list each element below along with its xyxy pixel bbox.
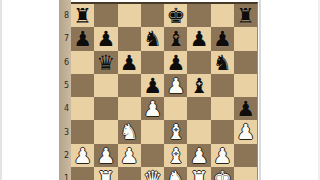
square-d2[interactable] xyxy=(141,144,164,167)
white-knight: ♞ xyxy=(164,167,187,180)
square-f2[interactable]: ♟ xyxy=(187,144,210,167)
square-b4[interactable] xyxy=(94,97,117,120)
square-e5[interactable]: ♟ xyxy=(164,74,187,97)
square-c4[interactable] xyxy=(118,97,141,120)
square-d3[interactable] xyxy=(141,120,164,143)
square-d1[interactable]: ♛ xyxy=(141,167,164,180)
white-pawn: ♟ xyxy=(211,144,234,167)
square-c7[interactable] xyxy=(118,27,141,50)
panel-divider-line xyxy=(259,0,261,180)
square-a5[interactable] xyxy=(71,74,94,97)
square-a3[interactable] xyxy=(71,120,94,143)
square-a4[interactable] xyxy=(71,97,94,120)
white-queen: ♛ xyxy=(141,167,164,180)
rank-label-3: 3 xyxy=(59,121,69,144)
square-c2[interactable]: ♟ xyxy=(118,144,141,167)
square-e8[interactable]: ♚ xyxy=(164,4,187,27)
black-pawn: ♟ xyxy=(141,74,164,97)
square-d7[interactable]: ♞ xyxy=(141,27,164,50)
window-left-edge xyxy=(0,0,2,180)
square-g6[interactable]: ♞ xyxy=(211,51,234,74)
black-king: ♚ xyxy=(164,4,187,27)
square-e2[interactable]: ♝ xyxy=(164,144,187,167)
white-pawn: ♟ xyxy=(187,144,210,167)
black-pawn: ♟ xyxy=(187,27,210,50)
square-c5[interactable] xyxy=(118,74,141,97)
square-c3[interactable]: ♞ xyxy=(118,120,141,143)
square-h4[interactable]: ♟ xyxy=(234,97,257,120)
square-h1[interactable] xyxy=(234,167,257,180)
square-e3[interactable]: ♝ xyxy=(164,120,187,143)
square-d4[interactable]: ♟ xyxy=(141,97,164,120)
rank-label-6: 6 xyxy=(59,51,69,74)
black-knight: ♞ xyxy=(211,51,234,74)
white-pawn: ♟ xyxy=(164,74,187,97)
square-h8[interactable]: ♜ xyxy=(234,4,257,27)
white-pawn: ♟ xyxy=(141,97,164,120)
rank-label-7: 7 xyxy=(59,27,69,50)
square-a7[interactable]: ♟ xyxy=(71,27,94,50)
square-c1[interactable] xyxy=(118,167,141,180)
square-b6[interactable]: ♛ xyxy=(94,51,117,74)
square-a8[interactable]: ♜ xyxy=(71,4,94,27)
black-bishop: ♝ xyxy=(187,74,210,97)
square-e7[interactable]: ♝ xyxy=(164,27,187,50)
black-pawn: ♟ xyxy=(211,27,234,50)
square-b1[interactable]: ♜ xyxy=(94,167,117,180)
white-pawn: ♟ xyxy=(118,144,141,167)
square-a6[interactable] xyxy=(71,51,94,74)
square-f7[interactable]: ♟ xyxy=(187,27,210,50)
chess-board: ♜♚♜♟♟♞♝♟♟♛♟♟♞♟♟♝♟♟♞♝♟♟♟♟♝♟♟♜♛♞♜♚ xyxy=(71,2,258,180)
square-e6[interactable]: ♟ xyxy=(164,51,187,74)
square-d6[interactable] xyxy=(141,51,164,74)
square-g8[interactable] xyxy=(211,4,234,27)
square-f3[interactable] xyxy=(187,120,210,143)
white-bishop: ♝ xyxy=(164,120,187,143)
white-pawn: ♟ xyxy=(94,144,117,167)
square-b3[interactable] xyxy=(94,120,117,143)
black-bishop: ♝ xyxy=(164,27,187,50)
square-b7[interactable]: ♟ xyxy=(94,27,117,50)
square-b2[interactable]: ♟ xyxy=(94,144,117,167)
black-rook: ♜ xyxy=(71,4,94,27)
black-pawn: ♟ xyxy=(164,51,187,74)
white-bishop: ♝ xyxy=(164,144,187,167)
square-g1[interactable]: ♚ xyxy=(211,167,234,180)
white-king: ♚ xyxy=(211,167,234,180)
black-rook: ♜ xyxy=(234,4,257,27)
black-pawn: ♟ xyxy=(234,97,257,120)
square-c6[interactable]: ♟ xyxy=(118,51,141,74)
square-e1[interactable]: ♞ xyxy=(164,167,187,180)
square-h5[interactable] xyxy=(234,74,257,97)
rank-label-5: 5 xyxy=(59,74,69,97)
square-g3[interactable] xyxy=(211,120,234,143)
square-g7[interactable]: ♟ xyxy=(211,27,234,50)
square-e4[interactable] xyxy=(164,97,187,120)
square-d8[interactable] xyxy=(141,4,164,27)
black-pawn: ♟ xyxy=(118,51,141,74)
square-h7[interactable] xyxy=(234,27,257,50)
black-pawn: ♟ xyxy=(94,27,117,50)
white-knight: ♞ xyxy=(118,120,141,143)
square-g5[interactable] xyxy=(211,74,234,97)
square-f6[interactable] xyxy=(187,51,210,74)
square-a1[interactable] xyxy=(71,167,94,180)
square-g4[interactable] xyxy=(211,97,234,120)
square-f1[interactable]: ♜ xyxy=(187,167,210,180)
square-h3[interactable]: ♟ xyxy=(234,120,257,143)
square-h6[interactable] xyxy=(234,51,257,74)
rank-label-4: 4 xyxy=(59,97,69,120)
rank-label-8: 8 xyxy=(59,4,69,27)
white-rook: ♜ xyxy=(94,167,117,180)
square-f4[interactable] xyxy=(187,97,210,120)
white-rook: ♜ xyxy=(187,167,210,180)
square-g2[interactable]: ♟ xyxy=(211,144,234,167)
square-f8[interactable] xyxy=(187,4,210,27)
square-f5[interactable]: ♝ xyxy=(187,74,210,97)
white-pawn: ♟ xyxy=(71,144,94,167)
square-d5[interactable]: ♟ xyxy=(141,74,164,97)
rank-coordinate-strip: 87654321 xyxy=(59,0,71,180)
black-pawn: ♟ xyxy=(71,27,94,50)
rank-label-1: 1 xyxy=(59,167,69,180)
square-c8[interactable] xyxy=(118,4,141,27)
square-b5[interactable] xyxy=(94,74,117,97)
white-pawn: ♟ xyxy=(234,120,257,143)
black-knight: ♞ xyxy=(141,27,164,50)
rank-label-2: 2 xyxy=(59,144,69,167)
black-queen: ♛ xyxy=(94,51,117,74)
square-a2[interactable]: ♟ xyxy=(71,144,94,167)
square-h2[interactable] xyxy=(234,144,257,167)
square-b8[interactable] xyxy=(94,4,117,27)
